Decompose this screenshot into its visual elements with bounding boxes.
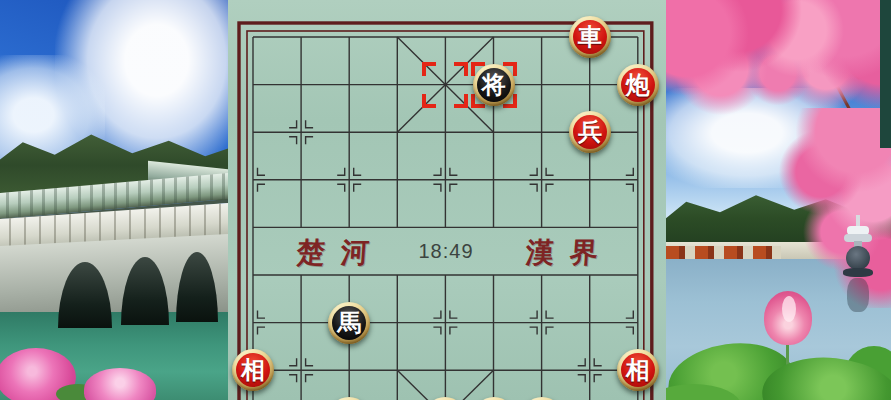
piece-face: 炮 [621,68,655,102]
piece-red-soldier[interactable]: 兵 [569,111,611,153]
piece-face: 将 [477,68,511,102]
piece-face: 相 [236,353,270,387]
piece-character: 兵 [578,120,602,144]
right-scenery-photo [666,0,891,400]
piece-character: 車 [578,25,602,49]
piece-character: 将 [482,73,506,97]
left-scenery-photo [0,0,228,400]
piece-red-elephant-left[interactable]: 相 [232,349,274,391]
blossom-hanging-branch [758,108,891,308]
piece-red-elephant-right[interactable]: 相 [617,349,659,391]
piece-red-cannon[interactable]: 炮 [617,64,659,106]
stone-pagoda [843,268,873,277]
lotus-flower-highlight [782,296,796,322]
piece-character: 馬 [337,311,361,335]
piece-character: 相 [626,358,650,382]
piece-face: 車 [573,20,607,54]
piece-black-horse[interactable]: 馬 [328,302,370,344]
pieces-layer: 車将炮兵馬相相 [228,0,666,400]
piece-red-chariot[interactable]: 車 [569,16,611,58]
xiangqi-app-screen: 楚河 18:49 漢界 車将炮兵馬相相 [0,0,891,400]
piece-face: 兵 [573,115,607,149]
piece-character: 炮 [626,73,650,97]
piece-face: 相 [621,353,655,387]
pagoda-reflection [847,278,869,312]
piece-character: 相 [241,358,265,382]
foliage-strip [880,0,891,148]
xiangqi-board[interactable]: 楚河 18:49 漢界 車将炮兵馬相相 [228,0,666,400]
piece-face: 馬 [332,306,366,340]
piece-black-general[interactable]: 将 [473,64,515,106]
stone-pagoda [846,246,870,270]
